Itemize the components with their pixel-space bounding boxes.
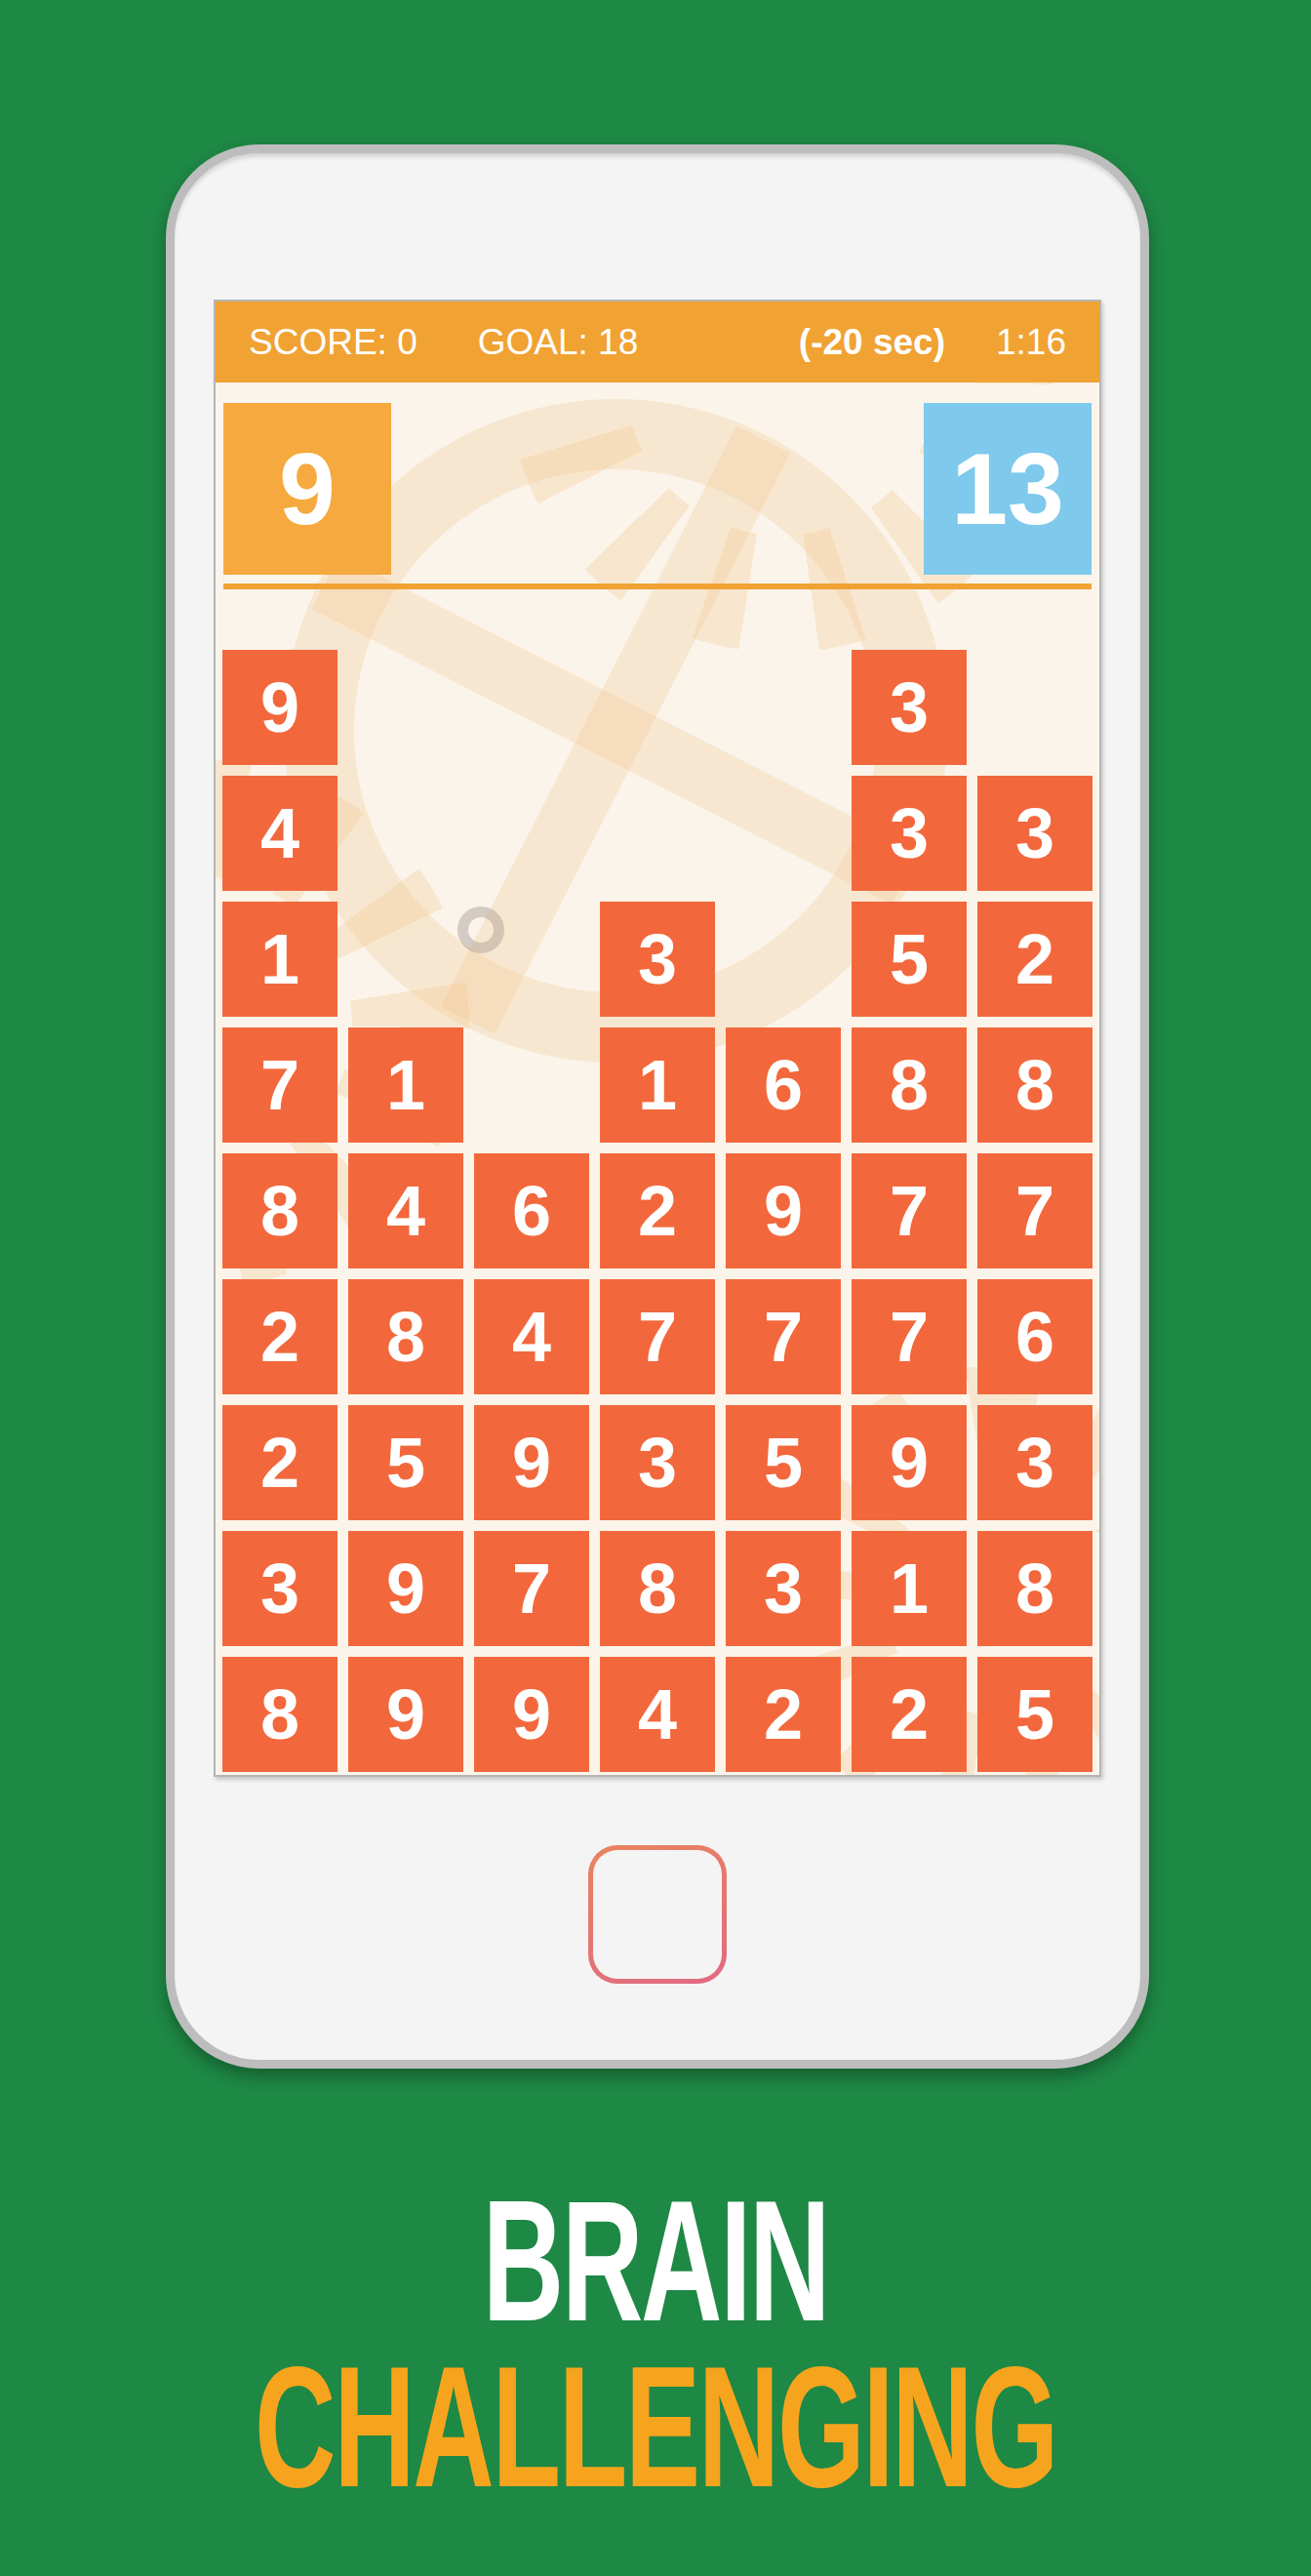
- grid-tile[interactable]: 7: [600, 1279, 715, 1394]
- grid-tile[interactable]: 7: [726, 1279, 841, 1394]
- hud-bar: SCORE: 0 GOAL: 18 (-20 sec) 1:16: [216, 302, 1099, 382]
- grid-tile[interactable]: 2: [600, 1153, 715, 1268]
- empty-cell: [348, 650, 463, 765]
- empty-cell: [348, 902, 463, 1017]
- caption-line-brain: BRAIN: [157, 2164, 1153, 2356]
- grid-tile[interactable]: 4: [600, 1657, 715, 1772]
- caption-line-challenging: CHALLENGING: [157, 2330, 1153, 2522]
- grid-tile[interactable]: 7: [977, 1153, 1092, 1268]
- grid-tile[interactable]: 7: [222, 1027, 338, 1143]
- grid-tile[interactable]: 7: [852, 1279, 967, 1394]
- grid-tile[interactable]: 6: [977, 1279, 1092, 1394]
- target-sum-tile: 13: [924, 403, 1092, 575]
- grid-tile[interactable]: 6: [726, 1027, 841, 1143]
- grid-tile[interactable]: 9: [348, 1657, 463, 1772]
- grid-tile[interactable]: 8: [222, 1657, 338, 1772]
- app-screen: SCORE: 0 GOAL: 18 (-20 sec) 1:16 9 13 93…: [214, 300, 1101, 1777]
- grid-tile[interactable]: 1: [852, 1531, 967, 1646]
- grid-tile[interactable]: 4: [348, 1153, 463, 1268]
- promo-caption: BRAIN CHALLENGING: [0, 2164, 1311, 2496]
- grid-tile[interactable]: 2: [222, 1405, 338, 1520]
- grid-tile[interactable]: 3: [222, 1531, 338, 1646]
- grid-tile[interactable]: 4: [222, 776, 338, 891]
- grid-tile[interactable]: 3: [726, 1531, 841, 1646]
- separator-line: [223, 584, 1092, 589]
- empty-cell: [600, 776, 715, 891]
- empty-cell: [726, 776, 841, 891]
- empty-cell: [474, 650, 589, 765]
- grid-tile[interactable]: 2: [852, 1657, 967, 1772]
- grid-tile[interactable]: 6: [474, 1153, 589, 1268]
- grid-tile[interactable]: 3: [977, 776, 1092, 891]
- score-label: SCORE: 0: [249, 322, 417, 363]
- grid-tile[interactable]: 8: [222, 1153, 338, 1268]
- grid-tile[interactable]: 1: [348, 1027, 463, 1143]
- empty-cell: [977, 650, 1092, 765]
- grid-tile[interactable]: 9: [474, 1657, 589, 1772]
- grid-tile[interactable]: 8: [852, 1027, 967, 1143]
- empty-cell: [600, 650, 715, 765]
- grid-tile[interactable]: 9: [474, 1405, 589, 1520]
- empty-cell: [474, 902, 589, 1017]
- grid-tile[interactable]: 8: [600, 1531, 715, 1646]
- grid-tile[interactable]: 3: [852, 776, 967, 891]
- grid-tile[interactable]: 8: [977, 1531, 1092, 1646]
- grid-tile[interactable]: 9: [222, 650, 338, 765]
- grid-tile[interactable]: 3: [600, 1405, 715, 1520]
- grid-tile[interactable]: 7: [852, 1153, 967, 1268]
- grid-tile[interactable]: 5: [977, 1657, 1092, 1772]
- grid-tile[interactable]: 9: [726, 1153, 841, 1268]
- grid-tile[interactable]: 8: [977, 1027, 1092, 1143]
- grid-tile[interactable]: 1: [222, 902, 338, 1017]
- goal-label: GOAL: 18: [478, 322, 639, 363]
- sum-header-row: 9 13: [216, 403, 1099, 575]
- empty-cell: [474, 776, 589, 891]
- grid-tile[interactable]: 7: [474, 1531, 589, 1646]
- grid-tile[interactable]: 5: [726, 1405, 841, 1520]
- grid-tile[interactable]: 2: [222, 1279, 338, 1394]
- empty-cell: [726, 902, 841, 1017]
- number-grid: 9343313527116888462977284777625935933978…: [222, 650, 1092, 1772]
- grid-tile[interactable]: 9: [348, 1531, 463, 1646]
- current-sum-tile: 9: [223, 403, 391, 575]
- grid-tile[interactable]: 3: [600, 902, 715, 1017]
- grid-tile[interactable]: 8: [348, 1279, 463, 1394]
- grid-tile[interactable]: 3: [977, 1405, 1092, 1520]
- empty-cell: [348, 776, 463, 891]
- grid-tile[interactable]: 9: [852, 1405, 967, 1520]
- home-button[interactable]: [588, 1845, 727, 1984]
- grid-tile[interactable]: 2: [726, 1657, 841, 1772]
- grid-tile[interactable]: 5: [852, 902, 967, 1017]
- grid-tile[interactable]: 3: [852, 650, 967, 765]
- empty-cell: [726, 650, 841, 765]
- time-bonus-label: (-20 sec): [799, 322, 945, 363]
- phone-mockup: SCORE: 0 GOAL: 18 (-20 sec) 1:16 9 13 93…: [166, 144, 1149, 2069]
- empty-cell: [474, 1027, 589, 1143]
- grid-tile[interactable]: 2: [977, 902, 1092, 1017]
- grid-tile[interactable]: 5: [348, 1405, 463, 1520]
- timer-label: 1:16: [996, 322, 1066, 363]
- promo-page: { "game": "number-sum matching puzzle (t…: [0, 0, 1311, 2576]
- grid-tile[interactable]: 1: [600, 1027, 715, 1143]
- grid-tile[interactable]: 4: [474, 1279, 589, 1394]
